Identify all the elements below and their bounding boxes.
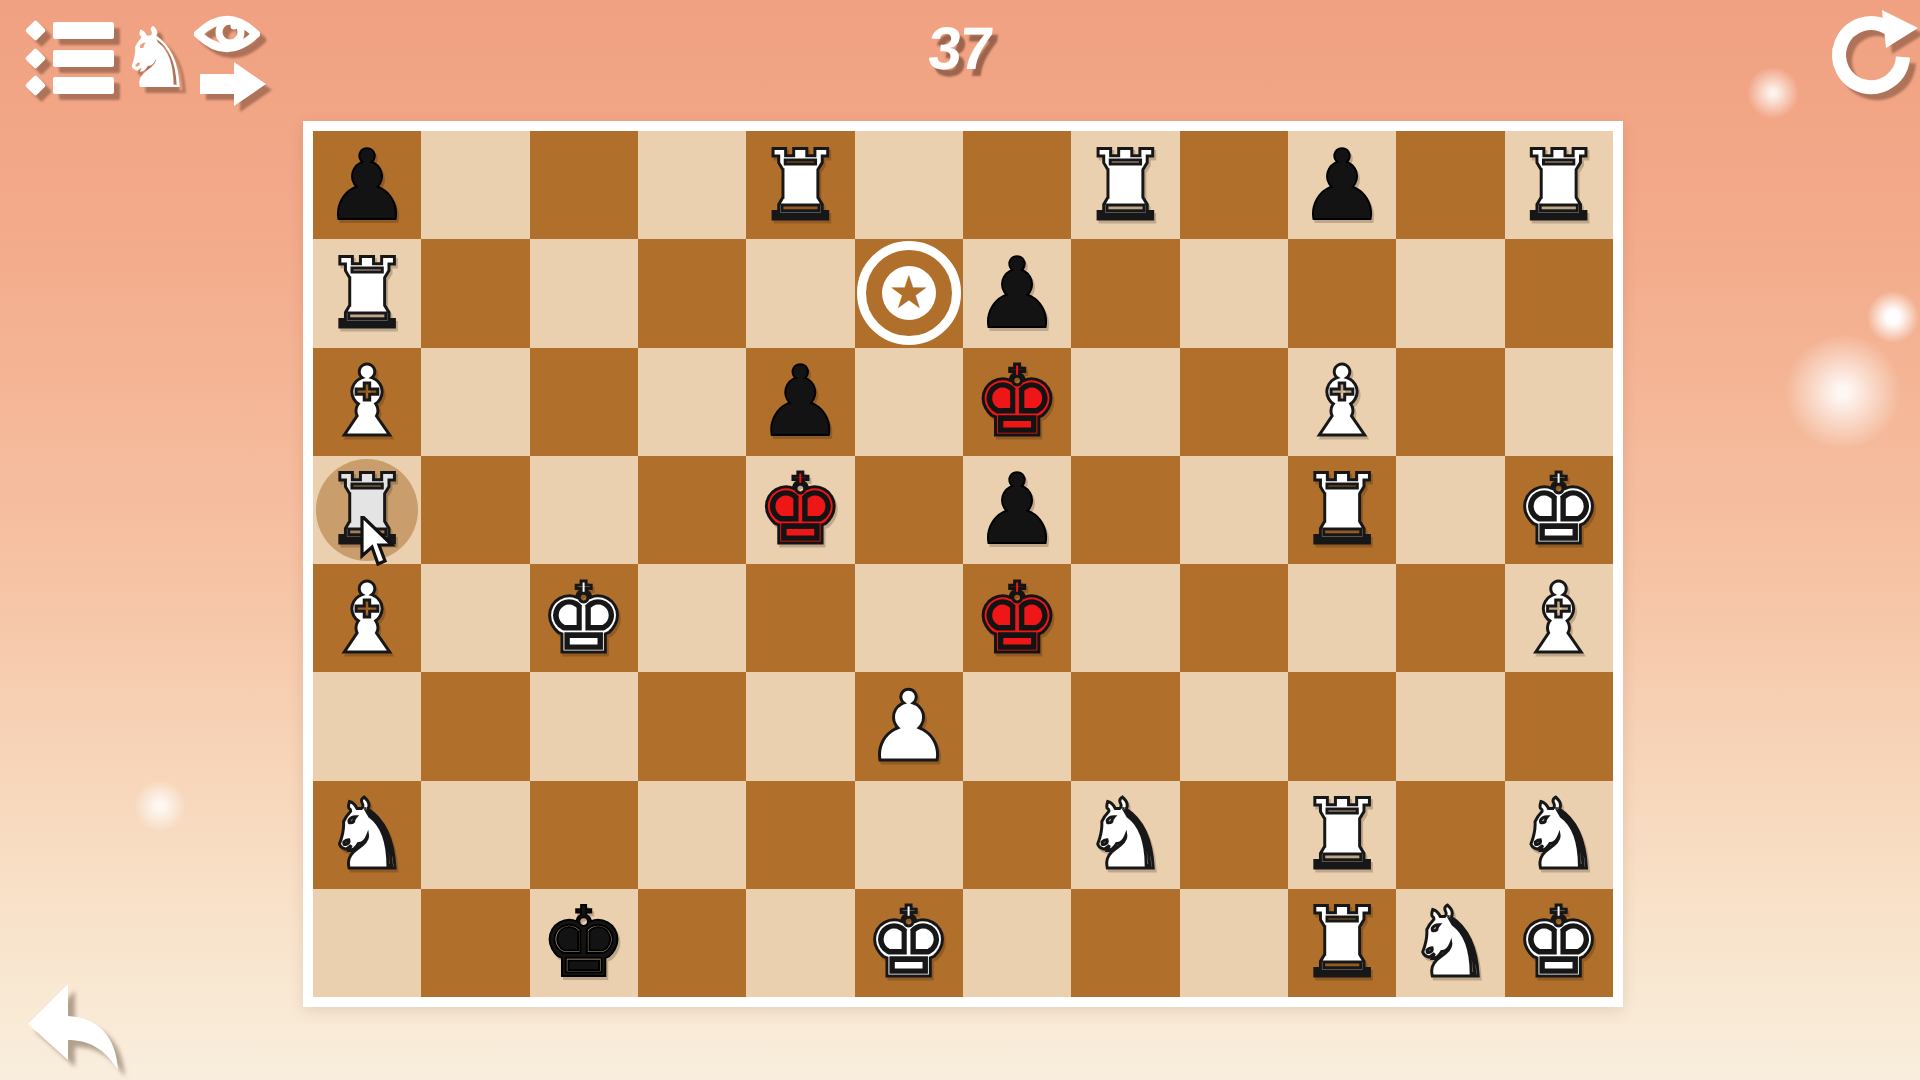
black-pawn[interactable]: ♟ [746,348,854,456]
white-king[interactable]: ♚ [1505,456,1613,564]
refresh-icon [1826,10,1918,102]
white-rook[interactable]: ♜ [1288,781,1396,889]
menu-line [53,77,114,94]
target-ring: ★ [857,241,961,345]
white-rook[interactable]: ♜ [746,131,854,239]
white-king[interactable]: ♚ [530,564,638,672]
black-pawn[interactable]: ♟ [1288,131,1396,239]
white-rook[interactable]: ♜ [1505,131,1613,239]
knight-icon: ♞ [118,16,193,100]
white-bishop[interactable]: ♝ [1288,348,1396,456]
star-icon: ★ [888,269,929,315]
white-knight[interactable]: ♞ [313,781,421,889]
pieces-layer: ★♟♜♜♟♜♜♟♝♟♚♝♜♚♟♜♚♝♚♚♝♟♞♞♜♞♚♚♜♞♚ [313,131,1613,997]
black-pawn[interactable]: ♟ [963,239,1071,347]
bullet-icon [25,20,46,41]
menu-button[interactable] [28,22,114,94]
restart-button[interactable] [1826,10,1918,102]
white-knight[interactable]: ♞ [1505,781,1613,889]
mouse-cursor [360,516,400,568]
white-rook[interactable]: ♜ [313,239,421,347]
black-pawn[interactable]: ♟ [313,131,421,239]
white-rook[interactable]: ♜ [1288,456,1396,564]
menu-line [53,50,114,67]
white-king[interactable]: ♚ [1505,889,1613,997]
bullet-icon [25,47,46,68]
menu-row [28,77,114,94]
red-king[interactable]: ♚ [963,348,1071,456]
white-knight[interactable]: ♞ [1396,889,1504,997]
red-king[interactable]: ♚ [746,456,854,564]
black-king[interactable]: ♚ [530,889,638,997]
level-counter: 37 [926,14,995,83]
hint-button[interactable]: ♞ [118,8,268,108]
eye-icon [194,12,260,56]
menu-line [53,22,114,39]
white-king[interactable]: ♚ [855,889,963,997]
white-pawn[interactable]: ♟ [855,672,963,780]
chess-board: ★♟♜♜♟♜♜♟♝♟♚♝♜♚♟♜♚♝♚♚♝♟♞♞♜♞♚♚♜♞♚ [303,121,1623,1007]
white-rook[interactable]: ♜ [1288,889,1396,997]
bullet-icon [25,75,46,96]
white-bishop[interactable]: ♝ [313,348,421,456]
undo-arrow-icon [22,980,126,1074]
arrow-right-icon [198,60,268,108]
white-bishop[interactable]: ♝ [313,564,421,672]
target-marker[interactable]: ★ [855,239,963,347]
target-disc: ★ [882,266,936,320]
white-knight[interactable]: ♞ [1071,781,1179,889]
undo-button[interactable] [22,980,126,1074]
menu-row [28,22,114,39]
white-rook[interactable]: ♜ [1071,131,1179,239]
menu-row [28,50,114,67]
white-bishop[interactable]: ♝ [1505,564,1613,672]
red-king[interactable]: ♚ [963,564,1071,672]
black-pawn[interactable]: ♟ [963,456,1071,564]
